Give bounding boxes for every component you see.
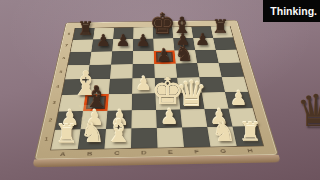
status-bar: Thinking. xyxy=(263,0,320,22)
square-f1[interactable] xyxy=(182,127,210,147)
file-label-D: D xyxy=(141,149,146,156)
white-pawn-d4[interactable]: ♟ xyxy=(135,75,152,94)
rank-label-3: 3 xyxy=(52,101,56,105)
white-knight-g1[interactable]: ♞ xyxy=(212,118,237,146)
rank-label-7: 7 xyxy=(65,44,68,47)
rank-label-2: 2 xyxy=(48,118,52,122)
chess-app-screen: 87654321 ABCDEFGH ♜♚♝♜♟♟♟♟♟♟♞♝♟♚♛♟♟♟♟♟♟♜… xyxy=(0,0,320,180)
black-rook-h8[interactable]: ♜ xyxy=(212,18,229,36)
square-h6[interactable] xyxy=(216,50,240,63)
square-d1[interactable] xyxy=(131,128,158,148)
square-h5[interactable] xyxy=(219,63,244,77)
rank-label-4: 4 xyxy=(56,85,60,89)
file-label-E: E xyxy=(168,148,173,155)
file-label-C: C xyxy=(114,149,120,156)
file-label-B: B xyxy=(87,150,93,157)
black-pawn-g7[interactable]: ♟ xyxy=(196,32,210,48)
rank-label-1: 1 xyxy=(44,137,49,142)
file-label-G: G xyxy=(220,147,227,154)
square-c6[interactable] xyxy=(111,51,133,64)
square-c4[interactable] xyxy=(109,78,133,94)
white-rook-a1[interactable]: ♜ xyxy=(55,121,78,147)
black-pawn-e6[interactable]: ♟ xyxy=(156,47,171,64)
square-e1[interactable] xyxy=(157,127,184,147)
file-label-F: F xyxy=(194,148,199,155)
status-text: Thinking. xyxy=(270,5,317,17)
white-pawn-e2[interactable]: ♟ xyxy=(160,106,179,127)
black-rook-a8[interactable]: ♜ xyxy=(77,20,94,38)
white-bishop-c1[interactable]: ♝ xyxy=(105,115,134,147)
black-pawn-b7[interactable]: ♟ xyxy=(96,34,110,50)
white-queen-f3[interactable]: ♛ xyxy=(176,75,208,110)
white-rook-h1[interactable]: ♜ xyxy=(239,119,262,145)
square-c5[interactable] xyxy=(110,64,133,79)
square-d6[interactable] xyxy=(133,51,155,64)
file-label-H: H xyxy=(247,147,254,154)
file-label-A: A xyxy=(60,150,67,157)
black-pawn-c7[interactable]: ♟ xyxy=(116,33,130,49)
white-knight-b1[interactable]: ♞ xyxy=(80,119,105,147)
black-pawn-d7[interactable]: ♟ xyxy=(136,33,150,49)
square-h7[interactable] xyxy=(213,37,236,49)
white-pawn-h3[interactable]: ♟ xyxy=(230,89,248,109)
rank-label-5: 5 xyxy=(59,70,63,73)
rank-label-8: 8 xyxy=(67,32,70,35)
rank-label-6: 6 xyxy=(62,57,66,60)
black-knight-f6[interactable]: ♞ xyxy=(175,42,194,63)
captured-black-queen: ♛ xyxy=(296,89,320,133)
square-g6[interactable] xyxy=(195,50,218,63)
square-a7[interactable] xyxy=(71,39,94,52)
